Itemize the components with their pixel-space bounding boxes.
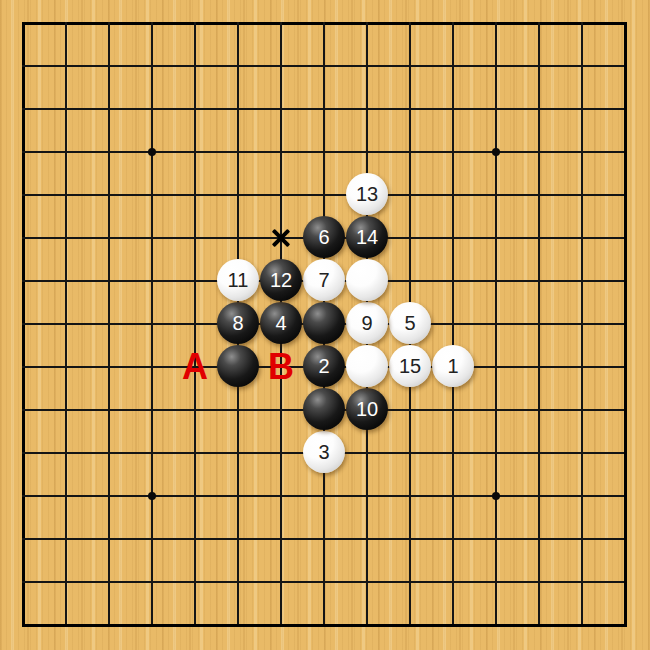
stone-white-9[interactable]: 9 [346,302,388,344]
stone-number: 2 [318,356,329,376]
intersection-b6[interactable] [45,389,88,432]
intersection-m5[interactable] [518,432,561,475]
intersection-l6[interactable] [475,389,518,432]
intersection-c11[interactable] [88,174,131,217]
gomoku-board: 123456789101112131415 AB [0,0,650,650]
intersection-k5[interactable] [432,432,475,475]
intersection-a13[interactable] [2,88,45,131]
intersection-b13[interactable] [45,88,88,131]
intersection-k14[interactable] [432,45,475,88]
intersection-o1[interactable] [604,604,647,647]
intersection-g14[interactable] [260,45,303,88]
intersection-n13[interactable] [561,88,604,131]
intersection-o6[interactable] [604,389,647,432]
intersection-f10[interactable] [217,217,260,260]
intersection-g15[interactable] [260,2,303,45]
intersection-o5[interactable] [604,432,647,475]
intersection-f4[interactable] [217,475,260,518]
intersection-j9[interactable] [389,260,432,303]
intersection-a12[interactable] [2,131,45,174]
intersection-b5[interactable] [45,432,88,475]
intersection-o10[interactable] [604,217,647,260]
intersection-e6[interactable] [174,389,217,432]
intersection-l9[interactable] [475,260,518,303]
intersection-c2[interactable] [88,561,131,604]
intersection-k2[interactable] [432,561,475,604]
intersection-c4[interactable] [88,475,131,518]
intersection-j15[interactable] [389,2,432,45]
intersection-n8[interactable] [561,303,604,346]
stone-black-f7[interactable] [217,345,259,387]
stone-white-15[interactable]: 15 [389,345,431,387]
stone-number: 4 [275,313,286,333]
intersection-a15[interactable] [2,2,45,45]
intersection-d7[interactable] [131,346,174,389]
intersection-n10[interactable] [561,217,604,260]
intersection-a3[interactable] [2,518,45,561]
intersection-g13[interactable] [260,88,303,131]
intersection-c1[interactable] [88,604,131,647]
intersection-o11[interactable] [604,174,647,217]
intersection-a9[interactable] [2,260,45,303]
intersection-k4[interactable] [432,475,475,518]
intersection-c9[interactable] [88,260,131,303]
stone-white-3[interactable]: 3 [303,431,345,473]
intersection-g1[interactable] [260,604,303,647]
intersection-a1[interactable] [2,604,45,647]
label-A-e7: A [175,347,215,387]
intersection-c8[interactable] [88,303,131,346]
intersection-m10[interactable] [518,217,561,260]
intersection-b9[interactable] [45,260,88,303]
intersection-o15[interactable] [604,2,647,45]
intersection-j10[interactable] [389,217,432,260]
intersection-f12[interactable] [217,131,260,174]
intersection-a4[interactable] [2,475,45,518]
intersection-e2[interactable] [174,561,217,604]
intersection-e13[interactable] [174,88,217,131]
intersection-d9[interactable] [131,260,174,303]
intersection-l13[interactable] [475,88,518,131]
stone-number: 6 [318,227,329,247]
intersection-o13[interactable] [604,88,647,131]
intersection-a7[interactable] [2,346,45,389]
stone-number: 1 [447,356,458,376]
stone-black-8[interactable]: 8 [217,302,259,344]
intersection-o2[interactable] [604,561,647,604]
intersection-l4[interactable] [475,475,518,518]
intersection-f2[interactable] [217,561,260,604]
intersection-b15[interactable] [45,2,88,45]
intersection-b8[interactable] [45,303,88,346]
intersection-g11[interactable] [260,174,303,217]
stone-number: 11 [228,270,249,290]
intersection-g5[interactable] [260,432,303,475]
intersection-d3[interactable] [131,518,174,561]
intersection-d1[interactable] [131,604,174,647]
intersection-e8[interactable] [174,303,217,346]
intersection-b1[interactable] [45,604,88,647]
intersection-m2[interactable] [518,561,561,604]
intersection-c13[interactable] [88,88,131,131]
intersection-b2[interactable] [45,561,88,604]
intersection-f13[interactable] [217,88,260,131]
intersection-b3[interactable] [45,518,88,561]
intersection-j1[interactable] [389,604,432,647]
intersection-o9[interactable] [604,260,647,303]
intersection-d13[interactable] [131,88,174,131]
intersection-o14[interactable] [604,45,647,88]
intersection-d6[interactable] [131,389,174,432]
intersection-c6[interactable] [88,389,131,432]
intersection-i5[interactable] [346,432,389,475]
intersection-d5[interactable] [131,432,174,475]
intersection-j5[interactable] [389,432,432,475]
intersection-e10[interactable] [174,217,217,260]
intersection-h12[interactable] [303,131,346,174]
intersection-l10[interactable] [475,217,518,260]
intersection-e5[interactable] [174,432,217,475]
stone-number: 7 [318,270,329,290]
intersection-m13[interactable] [518,88,561,131]
stone-number: 10 [356,399,378,419]
intersection-n11[interactable] [561,174,604,217]
intersection-e11[interactable] [174,174,217,217]
stone-black-h6[interactable] [303,388,345,430]
intersection-d12[interactable] [131,131,174,174]
intersection-k8[interactable] [432,303,475,346]
intersection-l8[interactable] [475,303,518,346]
intersection-j13[interactable] [389,88,432,131]
intersection-m7[interactable] [518,346,561,389]
intersection-c5[interactable] [88,432,131,475]
intersection-d11[interactable] [131,174,174,217]
intersection-i13[interactable] [346,88,389,131]
intersection-h15[interactable] [303,2,346,45]
intersection-k10[interactable] [432,217,475,260]
intersection-a11[interactable] [2,174,45,217]
intersection-m4[interactable] [518,475,561,518]
intersection-m14[interactable] [518,45,561,88]
intersection-l15[interactable] [475,2,518,45]
intersection-j6[interactable] [389,389,432,432]
intersection-n6[interactable] [561,389,604,432]
intersection-c7[interactable] [88,346,131,389]
label-B-g7: B [261,347,301,387]
intersection-f14[interactable] [217,45,260,88]
intersection-b4[interactable] [45,475,88,518]
x-mark-g10 [269,226,293,250]
intersection-e1[interactable] [174,604,217,647]
intersection-l2[interactable] [475,561,518,604]
stone-black-2[interactable]: 2 [303,345,345,387]
intersection-h11[interactable] [303,174,346,217]
intersection-e4[interactable] [174,475,217,518]
stone-number: 14 [356,227,378,247]
intersection-o3[interactable] [604,518,647,561]
stone-black-6[interactable]: 6 [303,216,345,258]
intersection-i4[interactable] [346,475,389,518]
intersection-j14[interactable] [389,45,432,88]
intersection-l7[interactable] [475,346,518,389]
stone-black-h8[interactable] [303,302,345,344]
intersection-d2[interactable] [131,561,174,604]
intersection-a2[interactable] [2,561,45,604]
intersection-n15[interactable] [561,2,604,45]
stone-white-13[interactable]: 13 [346,173,388,215]
intersection-l14[interactable] [475,45,518,88]
stone-white-7[interactable]: 7 [303,259,345,301]
intersection-j3[interactable] [389,518,432,561]
intersection-n9[interactable] [561,260,604,303]
intersection-k15[interactable] [432,2,475,45]
intersection-e12[interactable] [174,131,217,174]
stone-black-12[interactable]: 12 [260,259,302,301]
intersection-i14[interactable] [346,45,389,88]
stone-number: 12 [270,270,292,290]
intersection-b10[interactable] [45,217,88,260]
intersection-f3[interactable] [217,518,260,561]
stone-number: 8 [232,313,243,333]
intersection-b12[interactable] [45,131,88,174]
intersection-d4[interactable] [131,475,174,518]
intersection-m15[interactable] [518,2,561,45]
intersection-l1[interactable] [475,604,518,647]
stone-number: 13 [356,184,378,204]
intersection-e15[interactable] [174,2,217,45]
stone-number: 15 [399,356,421,376]
intersection-h4[interactable] [303,475,346,518]
intersection-i1[interactable] [346,604,389,647]
intersection-i15[interactable] [346,2,389,45]
stone-white-5[interactable]: 5 [389,302,431,344]
intersection-m1[interactable] [518,604,561,647]
intersection-m3[interactable] [518,518,561,561]
intersection-h14[interactable] [303,45,346,88]
intersection-a5[interactable] [2,432,45,475]
intersection-h2[interactable] [303,561,346,604]
stone-black-4[interactable]: 4 [260,302,302,344]
stone-white-i7[interactable] [346,345,388,387]
intersection-l11[interactable] [475,174,518,217]
intersection-m9[interactable] [518,260,561,303]
stone-white-11[interactable]: 11 [217,259,259,301]
intersection-g3[interactable] [260,518,303,561]
intersection-k3[interactable] [432,518,475,561]
intersection-n14[interactable] [561,45,604,88]
intersection-d14[interactable] [131,45,174,88]
intersection-k1[interactable] [432,604,475,647]
intersection-c15[interactable] [88,2,131,45]
intersection-n4[interactable] [561,475,604,518]
intersection-f5[interactable] [217,432,260,475]
intersection-h3[interactable] [303,518,346,561]
intersection-n7[interactable] [561,346,604,389]
intersection-c14[interactable] [88,45,131,88]
intersection-c10[interactable] [88,217,131,260]
intersection-o12[interactable] [604,131,647,174]
intersection-c3[interactable] [88,518,131,561]
stone-black-14[interactable]: 14 [346,216,388,258]
intersection-k13[interactable] [432,88,475,131]
intersection-o8[interactable] [604,303,647,346]
intersection-j4[interactable] [389,475,432,518]
intersection-l5[interactable] [475,432,518,475]
intersection-g4[interactable] [260,475,303,518]
intersection-n2[interactable] [561,561,604,604]
intersection-f6[interactable] [217,389,260,432]
intersection-n5[interactable] [561,432,604,475]
intersection-f1[interactable] [217,604,260,647]
intersection-e9[interactable] [174,260,217,303]
intersection-m11[interactable] [518,174,561,217]
intersection-o4[interactable] [604,475,647,518]
intersection-d10[interactable] [131,217,174,260]
intersection-a10[interactable] [2,217,45,260]
intersection-i12[interactable] [346,131,389,174]
intersection-i2[interactable] [346,561,389,604]
intersection-f11[interactable] [217,174,260,217]
intersection-n12[interactable] [561,131,604,174]
intersection-b11[interactable] [45,174,88,217]
intersection-k6[interactable] [432,389,475,432]
intersection-l12[interactable] [475,131,518,174]
intersection-b7[interactable] [45,346,88,389]
intersection-k12[interactable] [432,131,475,174]
intersection-a8[interactable] [2,303,45,346]
stone-number: 5 [404,313,415,333]
intersection-m8[interactable] [518,303,561,346]
intersection-j12[interactable] [389,131,432,174]
intersection-j2[interactable] [389,561,432,604]
stone-white-1[interactable]: 1 [432,345,474,387]
stone-black-10[interactable]: 10 [346,388,388,430]
intersection-a6[interactable] [2,389,45,432]
intersection-e14[interactable] [174,45,217,88]
intersection-h1[interactable] [303,604,346,647]
intersection-n3[interactable] [561,518,604,561]
stone-number: 3 [318,442,329,462]
intersection-n1[interactable] [561,604,604,647]
intersection-b14[interactable] [45,45,88,88]
intersection-f15[interactable] [217,2,260,45]
intersection-g2[interactable] [260,561,303,604]
intersection-j11[interactable] [389,174,432,217]
intersection-l3[interactable] [475,518,518,561]
intersection-a14[interactable] [2,45,45,88]
intersection-o7[interactable] [604,346,647,389]
intersection-d8[interactable] [131,303,174,346]
stone-number: 9 [361,313,372,333]
intersection-k9[interactable] [432,260,475,303]
stone-white-i9[interactable] [346,259,388,301]
intersection-i3[interactable] [346,518,389,561]
intersection-k11[interactable] [432,174,475,217]
intersection-h13[interactable] [303,88,346,131]
intersection-d15[interactable] [131,2,174,45]
intersection-e3[interactable] [174,518,217,561]
intersection-g6[interactable] [260,389,303,432]
intersection-m6[interactable] [518,389,561,432]
intersection-g12[interactable] [260,131,303,174]
intersection-c12[interactable] [88,131,131,174]
intersection-m12[interactable] [518,131,561,174]
